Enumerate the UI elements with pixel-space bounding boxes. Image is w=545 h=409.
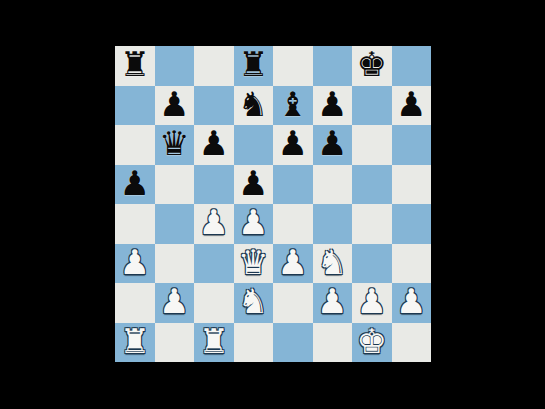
square-a8[interactable]: ♜ xyxy=(115,46,155,86)
square-e4[interactable] xyxy=(273,204,313,244)
square-b7[interactable]: ♟ xyxy=(155,86,195,126)
square-b4[interactable] xyxy=(155,204,195,244)
square-d5[interactable]: ♟ xyxy=(234,165,274,205)
square-d1[interactable] xyxy=(234,323,274,363)
square-g2[interactable]: ♟ xyxy=(352,283,392,323)
square-h1[interactable] xyxy=(392,323,432,363)
square-h5[interactable] xyxy=(392,165,432,205)
square-a5[interactable]: ♟ xyxy=(115,165,155,205)
square-f4[interactable] xyxy=(313,204,353,244)
square-h3[interactable] xyxy=(392,244,432,284)
square-a2[interactable] xyxy=(115,283,155,323)
square-a6[interactable] xyxy=(115,125,155,165)
piece-black-pawn[interactable]: ♟ xyxy=(199,125,229,163)
piece-black-rook[interactable]: ♜ xyxy=(238,46,268,84)
square-a4[interactable] xyxy=(115,204,155,244)
piece-black-pawn[interactable]: ♟ xyxy=(238,165,268,203)
square-c7[interactable] xyxy=(194,86,234,126)
square-b1[interactable] xyxy=(155,323,195,363)
square-f5[interactable] xyxy=(313,165,353,205)
square-g5[interactable] xyxy=(352,165,392,205)
square-d2[interactable]: ♞ xyxy=(234,283,274,323)
square-g4[interactable] xyxy=(352,204,392,244)
square-d4[interactable]: ♟ xyxy=(234,204,274,244)
piece-white-pawn[interactable]: ♟ xyxy=(278,244,308,282)
square-e2[interactable] xyxy=(273,283,313,323)
square-c8[interactable] xyxy=(194,46,234,86)
square-f3[interactable]: ♞ xyxy=(313,244,353,284)
piece-white-knight[interactable]: ♞ xyxy=(238,283,268,321)
square-f2[interactable]: ♟ xyxy=(313,283,353,323)
square-f7[interactable]: ♟ xyxy=(313,86,353,126)
square-d7[interactable]: ♞ xyxy=(234,86,274,126)
piece-white-pawn[interactable]: ♟ xyxy=(396,283,426,321)
square-g3[interactable] xyxy=(352,244,392,284)
square-a7[interactable] xyxy=(115,86,155,126)
square-e7[interactable]: ♝ xyxy=(273,86,313,126)
square-e6[interactable]: ♟ xyxy=(273,125,313,165)
square-g1[interactable]: ♚ xyxy=(352,323,392,363)
square-g6[interactable] xyxy=(352,125,392,165)
square-e3[interactable]: ♟ xyxy=(273,244,313,284)
piece-white-pawn[interactable]: ♟ xyxy=(357,283,387,321)
square-e1[interactable] xyxy=(273,323,313,363)
square-c2[interactable] xyxy=(194,283,234,323)
square-c3[interactable] xyxy=(194,244,234,284)
square-g8[interactable]: ♚ xyxy=(352,46,392,86)
square-c5[interactable] xyxy=(194,165,234,205)
square-b2[interactable]: ♟ xyxy=(155,283,195,323)
piece-black-pawn[interactable]: ♟ xyxy=(317,125,347,163)
piece-black-queen[interactable]: ♛ xyxy=(159,125,189,163)
square-b3[interactable] xyxy=(155,244,195,284)
piece-white-queen[interactable]: ♛ xyxy=(238,244,268,282)
piece-white-rook[interactable]: ♜ xyxy=(120,323,150,361)
square-a1[interactable]: ♜ xyxy=(115,323,155,363)
piece-black-pawn[interactable]: ♟ xyxy=(278,125,308,163)
piece-white-king[interactable]: ♚ xyxy=(357,323,387,361)
square-h8[interactable] xyxy=(392,46,432,86)
piece-white-rook[interactable]: ♜ xyxy=(199,323,229,361)
square-e8[interactable] xyxy=(273,46,313,86)
piece-black-king[interactable]: ♚ xyxy=(357,46,387,84)
square-d3[interactable]: ♛ xyxy=(234,244,274,284)
piece-black-rook[interactable]: ♜ xyxy=(120,46,150,84)
piece-black-knight[interactable]: ♞ xyxy=(238,86,268,124)
square-c4[interactable]: ♟ xyxy=(194,204,234,244)
piece-white-pawn[interactable]: ♟ xyxy=(317,283,347,321)
square-g7[interactable] xyxy=(352,86,392,126)
square-b6[interactable]: ♛ xyxy=(155,125,195,165)
square-f8[interactable] xyxy=(313,46,353,86)
square-h2[interactable]: ♟ xyxy=(392,283,432,323)
square-c6[interactable]: ♟ xyxy=(194,125,234,165)
square-b8[interactable] xyxy=(155,46,195,86)
piece-black-pawn[interactable]: ♟ xyxy=(396,86,426,124)
video-frame: ♜♜♚♟♞♝♟♟♛♟♟♟♟♟♟♟♟♛♟♞♟♞♟♟♟♜♜♚ xyxy=(0,0,545,409)
piece-white-pawn[interactable]: ♟ xyxy=(238,204,268,242)
square-h4[interactable] xyxy=(392,204,432,244)
piece-black-pawn[interactable]: ♟ xyxy=(159,86,189,124)
square-h7[interactable]: ♟ xyxy=(392,86,432,126)
piece-black-bishop[interactable]: ♝ xyxy=(278,86,308,124)
square-f6[interactable]: ♟ xyxy=(313,125,353,165)
square-d8[interactable]: ♜ xyxy=(234,46,274,86)
piece-white-knight[interactable]: ♞ xyxy=(317,244,347,282)
piece-white-pawn[interactable]: ♟ xyxy=(159,283,189,321)
square-e5[interactable] xyxy=(273,165,313,205)
piece-black-pawn[interactable]: ♟ xyxy=(120,165,150,203)
square-b5[interactable] xyxy=(155,165,195,205)
square-a3[interactable]: ♟ xyxy=(115,244,155,284)
square-d6[interactable] xyxy=(234,125,274,165)
chess-board[interactable]: ♜♜♚♟♞♝♟♟♛♟♟♟♟♟♟♟♟♛♟♞♟♞♟♟♟♜♜♚ xyxy=(115,46,431,362)
square-h6[interactable] xyxy=(392,125,432,165)
square-f1[interactable] xyxy=(313,323,353,363)
piece-white-pawn[interactable]: ♟ xyxy=(120,244,150,282)
square-c1[interactable]: ♜ xyxy=(194,323,234,363)
piece-black-pawn[interactable]: ♟ xyxy=(317,86,347,124)
piece-white-pawn[interactable]: ♟ xyxy=(199,204,229,242)
